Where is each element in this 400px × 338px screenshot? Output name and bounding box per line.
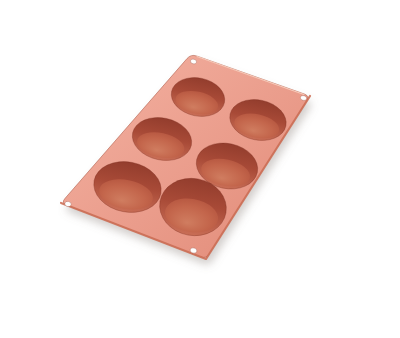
product-photo [0,0,400,338]
muffin-mould-image [0,0,400,338]
